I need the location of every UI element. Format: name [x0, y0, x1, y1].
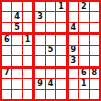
- cell-r4c6[interactable]: [56, 35, 65, 44]
- cell-r8c6[interactable]: [56, 79, 65, 88]
- box-6: 93: [69, 35, 99, 65]
- cell-r3c2: 5: [12, 23, 21, 32]
- cell-r8c7[interactable]: [69, 79, 78, 88]
- cell-r1c7[interactable]: [69, 2, 78, 11]
- cell-r1c3[interactable]: [23, 2, 32, 11]
- cell-r3c6[interactable]: [56, 23, 65, 32]
- cell-r8c9[interactable]: [90, 79, 99, 88]
- cell-r5c9[interactable]: [90, 46, 99, 55]
- cell-r6c1[interactable]: [2, 56, 11, 65]
- cell-r6c9[interactable]: [90, 56, 99, 65]
- box-1: 45: [2, 2, 32, 32]
- cell-r9c4[interactable]: [35, 90, 44, 99]
- cell-r1c6: 1: [56, 2, 65, 11]
- cell-r6c6[interactable]: [56, 56, 65, 65]
- cell-r6c7: 3: [69, 56, 78, 65]
- cell-r2c5[interactable]: [46, 12, 55, 21]
- cell-r8c2[interactable]: [12, 79, 21, 88]
- cell-r5c7: 9: [69, 46, 78, 55]
- cell-r6c4[interactable]: [35, 56, 44, 65]
- cell-r8c4: 9: [35, 79, 44, 88]
- cell-r4c9[interactable]: [90, 35, 99, 44]
- cell-r7c6[interactable]: [56, 69, 65, 78]
- cell-r1c9[interactable]: [90, 2, 99, 11]
- box-5: 5: [35, 35, 65, 65]
- cell-r9c9[interactable]: [90, 90, 99, 99]
- box-8: 94: [35, 69, 65, 99]
- cell-r7c9: 8: [90, 69, 99, 78]
- cell-r5c4[interactable]: [35, 46, 44, 55]
- cell-r4c8[interactable]: [79, 35, 88, 44]
- cell-r2c1[interactable]: [2, 12, 11, 21]
- cell-r7c7[interactable]: [69, 69, 78, 78]
- cell-r2c4: 3: [35, 12, 44, 21]
- cell-r1c4[interactable]: [35, 2, 44, 11]
- cell-r4c1: 6: [2, 35, 11, 44]
- cell-r3c7: 4: [69, 23, 78, 32]
- cell-r2c8[interactable]: [79, 12, 88, 21]
- box-9: 681: [69, 69, 99, 99]
- cell-r5c8[interactable]: [79, 46, 88, 55]
- cell-r4c3: 1: [23, 35, 32, 44]
- cell-r7c1: 7: [2, 69, 11, 78]
- cell-r8c5: 4: [46, 79, 55, 88]
- cell-r3c3[interactable]: [23, 23, 32, 32]
- box-7: 7: [2, 69, 32, 99]
- cell-r7c3[interactable]: [23, 69, 32, 78]
- cell-r1c2[interactable]: [12, 2, 21, 11]
- cell-r3c9[interactable]: [90, 23, 99, 32]
- cell-r1c1[interactable]: [2, 2, 11, 11]
- cell-r6c5[interactable]: [46, 56, 55, 65]
- cell-r5c5: 5: [46, 46, 55, 55]
- box-4: 61: [2, 35, 32, 65]
- cell-r3c5[interactable]: [46, 23, 55, 32]
- box-2: 13: [35, 2, 65, 32]
- cell-r4c4[interactable]: [35, 35, 44, 44]
- cell-r6c2[interactable]: [12, 56, 21, 65]
- cell-r4c2[interactable]: [12, 35, 21, 44]
- cell-r9c7[interactable]: [69, 90, 78, 99]
- cell-r4c5[interactable]: [46, 35, 55, 44]
- box-3: 24: [69, 2, 99, 32]
- cell-r9c5[interactable]: [46, 90, 55, 99]
- cell-r9c3[interactable]: [23, 90, 32, 99]
- cell-r8c1[interactable]: [2, 79, 11, 88]
- cell-r7c2[interactable]: [12, 69, 21, 78]
- cell-r7c4[interactable]: [35, 69, 44, 78]
- cell-r8c8: 1: [79, 79, 88, 88]
- cell-r5c3[interactable]: [23, 46, 32, 55]
- cell-r9c8[interactable]: [79, 90, 88, 99]
- cell-r9c1[interactable]: [2, 90, 11, 99]
- cell-r7c5[interactable]: [46, 69, 55, 78]
- cell-r2c7[interactable]: [69, 12, 78, 21]
- cell-r9c2[interactable]: [12, 90, 21, 99]
- cell-r2c2: 4: [12, 12, 21, 21]
- sudoku-board: 45132461593794681: [0, 0, 101, 101]
- cell-r5c2[interactable]: [12, 46, 21, 55]
- cell-r8c3[interactable]: [23, 79, 32, 88]
- cell-r4c7[interactable]: [69, 35, 78, 44]
- cell-r6c8[interactable]: [79, 56, 88, 65]
- cell-r5c1[interactable]: [2, 46, 11, 55]
- cell-r2c3[interactable]: [23, 12, 32, 21]
- cell-r1c8: 2: [79, 2, 88, 11]
- cell-r5c6[interactable]: [56, 46, 65, 55]
- cell-r2c9[interactable]: [90, 12, 99, 21]
- cell-r7c8: 6: [79, 69, 88, 78]
- cell-r3c8[interactable]: [79, 23, 88, 32]
- cell-r1c5[interactable]: [46, 2, 55, 11]
- cell-r3c1[interactable]: [2, 23, 11, 32]
- cell-r3c4[interactable]: [35, 23, 44, 32]
- cell-r9c6[interactable]: [56, 90, 65, 99]
- cell-r2c6[interactable]: [56, 12, 65, 21]
- cell-r6c3[interactable]: [23, 56, 32, 65]
